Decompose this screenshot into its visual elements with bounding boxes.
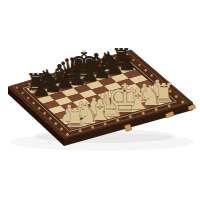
brass-stud	[43, 112, 46, 115]
brass-stud	[139, 64, 141, 66]
brass-stud	[38, 107, 40, 109]
brass-stud	[32, 102, 34, 104]
brass-stud	[175, 95, 178, 98]
brass-stud	[16, 87, 18, 89]
piece-h1-white-rook: ♜	[152, 78, 175, 108]
brass-stud	[49, 117, 52, 120]
piece-h7-black-pawn: ♟	[118, 51, 136, 75]
chess-set-product-photo: ♜♞♝♛♚♝♞♜♟♟♟♟♟♟♟♟♟♟♟♟♟♟♟♟♜♞♝♛♚♝♞♜	[0, 0, 200, 200]
chess-board-scene: ♜♞♝♛♚♝♞♜♟♟♟♟♟♟♟♟♟♟♟♟♟♟♟♟♜♞♝♛♚♝♞♜	[0, 0, 200, 200]
brass-stud	[144, 69, 146, 71]
brass-stud	[66, 133, 69, 136]
brass-stud	[22, 92, 24, 94]
brass-stud	[181, 101, 184, 104]
brass-stud	[55, 122, 58, 125]
brass-stud	[27, 97, 29, 99]
